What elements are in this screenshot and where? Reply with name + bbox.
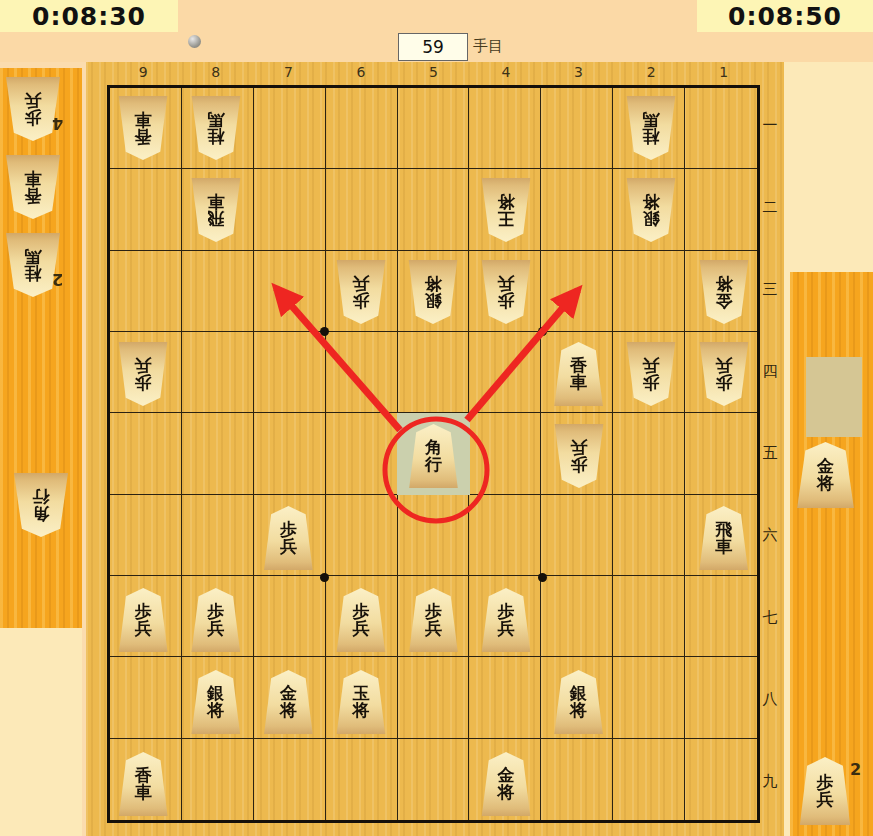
piece-kanji: 香車 <box>135 767 152 800</box>
piece-kanji: 王将 <box>498 193 515 226</box>
board-cell[interactable] <box>326 739 398 820</box>
piece-kanji: 歩兵 <box>135 603 152 636</box>
gote-captured-tray <box>0 68 82 628</box>
board-cell[interactable] <box>541 495 613 576</box>
piece-kanji: 金将 <box>280 685 297 718</box>
board-cell[interactable] <box>182 251 254 332</box>
piece-kanji: 銀将 <box>425 275 442 308</box>
piece-kanji: 銀将 <box>207 685 224 718</box>
board-cell[interactable] <box>613 657 685 738</box>
shogi-app: △藤井聡太王将 ▲永瀬拓矢九段 0:08:30 0:08:50 59 手目 98… <box>0 0 873 836</box>
captured-count: 2 <box>850 760 861 779</box>
rank-label: 六 <box>757 526 783 545</box>
sente-clock: 0:08:50 <box>697 0 873 32</box>
board-cell[interactable] <box>685 88 757 169</box>
board-cell[interactable] <box>613 739 685 820</box>
board-cell[interactable] <box>613 495 685 576</box>
rank-label: 七 <box>757 608 783 627</box>
board-cell[interactable] <box>182 739 254 820</box>
board-cell[interactable] <box>254 739 326 820</box>
piece-kanji: 歩兵 <box>25 92 42 125</box>
file-label: 4 <box>494 64 518 80</box>
left-side-panel <box>0 628 82 836</box>
board-cell[interactable] <box>685 169 757 250</box>
board-cell[interactable] <box>685 576 757 657</box>
rank-label: 五 <box>757 444 783 463</box>
piece-kanji: 歩兵 <box>280 521 297 554</box>
piece-kanji: 角行 <box>425 439 442 472</box>
captured-count: 2 <box>52 270 63 289</box>
board-cell[interactable] <box>541 576 613 657</box>
hand-slot-highlight <box>806 357 862 437</box>
piece-kanji: 歩兵 <box>352 603 369 636</box>
piece-kanji: 歩兵 <box>352 275 369 308</box>
board-cell[interactable] <box>110 657 182 738</box>
board-cell[interactable] <box>398 657 470 738</box>
move-number-input[interactable]: 59 <box>398 33 468 61</box>
piece-kanji: 歩兵 <box>817 774 834 807</box>
board-cell[interactable] <box>110 251 182 332</box>
board-cell[interactable] <box>685 739 757 820</box>
board-cell[interactable] <box>398 88 470 169</box>
hoshi-star-point-icon <box>320 573 329 582</box>
piece-kanji: 香車 <box>570 357 587 390</box>
board-cell[interactable] <box>110 413 182 494</box>
piece-kanji: 飛車 <box>715 521 732 554</box>
board-cell[interactable] <box>541 88 613 169</box>
board-cell[interactable] <box>254 169 326 250</box>
rank-label: 九 <box>757 772 783 791</box>
file-label: 2 <box>639 64 663 80</box>
captured-count: 4 <box>52 114 63 133</box>
board-cell[interactable] <box>110 495 182 576</box>
piece-kanji: 桂馬 <box>25 248 42 281</box>
board-cell[interactable] <box>182 332 254 413</box>
rank-label: 一 <box>757 116 783 135</box>
piece-kanji: 飛車 <box>207 193 224 226</box>
board-cell[interactable] <box>685 657 757 738</box>
piece-kanji: 歩兵 <box>498 603 515 636</box>
board-cell[interactable] <box>613 251 685 332</box>
rank-label: 八 <box>757 690 783 709</box>
piece-kanji: 桂馬 <box>643 111 660 144</box>
move-number-label: 手目 <box>473 37 503 56</box>
hoshi-star-point-icon <box>538 327 547 336</box>
board-cell[interactable] <box>398 495 470 576</box>
board-cell[interactable] <box>110 169 182 250</box>
board-cell[interactable] <box>254 251 326 332</box>
piece-kanji: 金将 <box>715 275 732 308</box>
rank-label: 四 <box>757 362 783 381</box>
board-cell[interactable] <box>469 88 541 169</box>
piece-kanji: 歩兵 <box>425 603 442 636</box>
file-label: 1 <box>712 64 736 80</box>
piece-kanji: 金将 <box>817 458 834 491</box>
board-cell[interactable] <box>541 739 613 820</box>
board-cell[interactable] <box>613 413 685 494</box>
piece-kanji: 角行 <box>33 488 50 521</box>
piece-kanji: 歩兵 <box>643 357 660 390</box>
rank-label: 二 <box>757 198 783 217</box>
board-cell[interactable] <box>469 495 541 576</box>
piece-kanji: 歩兵 <box>207 603 224 636</box>
board-cell[interactable] <box>182 495 254 576</box>
hoshi-star-point-icon <box>538 573 547 582</box>
board-cell[interactable] <box>326 495 398 576</box>
file-label: 5 <box>421 64 445 80</box>
piece-kanji: 歩兵 <box>715 357 732 390</box>
board-cell[interactable] <box>326 169 398 250</box>
file-label: 9 <box>131 64 155 80</box>
status-indicator-icon <box>188 35 201 48</box>
piece-kanji: 桂馬 <box>207 111 224 144</box>
board-cell[interactable] <box>398 169 470 250</box>
board-cell[interactable] <box>326 88 398 169</box>
piece-kanji: 歩兵 <box>498 275 515 308</box>
board-cell[interactable] <box>254 413 326 494</box>
rank-label: 三 <box>757 280 783 299</box>
board-cell[interactable] <box>541 169 613 250</box>
piece-kanji: 玉将 <box>352 685 369 718</box>
piece-kanji: 銀将 <box>570 685 587 718</box>
gote-clock: 0:08:30 <box>0 0 178 32</box>
hoshi-star-point-icon <box>320 327 329 336</box>
board-cell[interactable] <box>254 332 326 413</box>
board-cell[interactable] <box>541 251 613 332</box>
file-label: 7 <box>276 64 300 80</box>
board-cell[interactable] <box>469 413 541 494</box>
piece-kanji: 香車 <box>25 170 42 203</box>
board-cell[interactable] <box>326 332 398 413</box>
board-cell[interactable] <box>254 88 326 169</box>
sente-clock-time: 0:08:50 <box>728 2 842 31</box>
file-label: 3 <box>567 64 591 80</box>
piece-kanji: 歩兵 <box>135 357 152 390</box>
board-cell[interactable] <box>398 332 470 413</box>
piece-kanji: 銀将 <box>643 193 660 226</box>
board-cell[interactable] <box>398 739 470 820</box>
board-cell[interactable] <box>469 657 541 738</box>
board-cell[interactable] <box>685 413 757 494</box>
board-cell[interactable] <box>326 413 398 494</box>
piece-kanji: 金将 <box>498 767 515 800</box>
file-label: 8 <box>204 64 228 80</box>
piece-kanji: 歩兵 <box>570 439 587 472</box>
piece-kanji: 香車 <box>135 111 152 144</box>
gote-clock-time: 0:08:30 <box>32 2 146 31</box>
board-cell[interactable] <box>254 576 326 657</box>
board-cell[interactable] <box>613 576 685 657</box>
board-cell[interactable] <box>469 332 541 413</box>
file-label: 6 <box>349 64 373 80</box>
board-cell[interactable] <box>182 413 254 494</box>
